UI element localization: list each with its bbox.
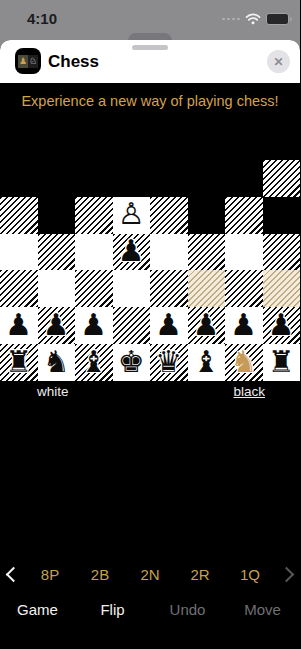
square-d4[interactable] [150,197,188,234]
square-a6[interactable] [263,270,301,307]
piece-bp-b7[interactable]: ♟ [230,310,257,342]
square-g7[interactable]: ♟ [38,307,76,344]
player-label-black[interactable]: black [233,384,265,399]
battery-icon [266,13,289,25]
square-f5[interactable] [75,234,113,271]
square-c2[interactable] [188,123,226,160]
square-a7[interactable]: ♟ [263,307,301,344]
tab-game[interactable]: Game [17,601,58,618]
square-d6[interactable] [150,270,188,307]
piece-bp-e5[interactable]: ♟ [118,236,145,268]
square-f3[interactable] [75,160,113,197]
close-button[interactable]: ✕ [267,50,290,73]
piece-wp-e4[interactable]: ♙ [118,199,145,231]
square-c4[interactable] [188,197,226,234]
piece-bp-c7[interactable]: ♟ [193,310,220,342]
square-a8[interactable]: ♜ [263,344,301,381]
square-d5[interactable] [150,234,188,271]
square-h2[interactable] [0,123,38,160]
square-f2[interactable] [75,123,113,160]
square-b5[interactable] [225,234,263,271]
chess-app-icon: ♟ ♘ [15,48,41,74]
square-e8[interactable]: ♚ [113,344,151,381]
square-h4[interactable] [0,197,38,234]
piece-bp-d7[interactable]: ♟ [155,310,182,342]
piece-bq-d8[interactable]: ♛ [155,347,182,379]
piece-bp-a7[interactable]: ♟ [268,310,295,342]
tray-button-knights[interactable]: 2N [140,566,159,583]
status-icons [222,13,289,25]
tab-flip[interactable]: Flip [100,601,124,618]
square-h6[interactable] [0,270,38,307]
square-a3[interactable] [263,160,301,197]
status-time: 4:10 [27,10,57,27]
square-g5[interactable] [38,234,76,271]
square-e6[interactable] [113,270,151,307]
square-h5[interactable] [0,234,38,271]
square-b2[interactable] [225,123,263,160]
piece-br-h8[interactable]: ♜ [5,347,32,379]
piece-bk-e8[interactable]: ♚ [118,347,145,379]
square-e4[interactable]: ♙ [113,197,151,234]
square-g2[interactable] [38,123,76,160]
app-icon-knight-glyph: ♘ [28,55,38,68]
piece-bp-f7[interactable]: ♟ [80,310,107,342]
square-f6[interactable] [75,270,113,307]
app-icon-pawn-glyph: ♟ [18,55,28,68]
square-a4[interactable] [263,197,301,234]
piece-tray: 8P 2B 2N 2R 1Q [0,561,300,587]
sheet-grabber[interactable] [132,45,168,50]
square-e3[interactable] [113,160,151,197]
tray-button-pawns[interactable]: 8P [41,566,59,583]
square-h8[interactable]: ♜ [0,344,38,381]
cellular-signal-icon [222,18,240,21]
piece-bb-c8[interactable]: ♝ [193,347,220,379]
square-a5[interactable] [263,234,301,271]
square-b3[interactable] [225,160,263,197]
app-title: Chess [48,40,99,83]
square-c8[interactable]: ♝ [188,344,226,381]
square-e2[interactable] [113,123,151,160]
square-f7[interactable]: ♟ [75,307,113,344]
square-c3[interactable] [188,160,226,197]
square-c6[interactable] [188,270,226,307]
wifi-icon [245,13,261,25]
square-c7[interactable]: ♟ [188,307,226,344]
square-d2[interactable] [150,123,188,160]
bottom-tab-bar: Game Flip Undo Move [0,598,300,620]
square-b6[interactable] [225,270,263,307]
square-a2[interactable] [263,123,301,160]
square-g3[interactable] [38,160,76,197]
tagline-text: Experience a new way of playing chess! [0,93,300,109]
square-d3[interactable] [150,160,188,197]
tray-button-queen[interactable]: 1Q [240,566,260,583]
tab-undo[interactable]: Undo [170,601,206,618]
piece-gn-b8[interactable]: ♞ [230,347,257,379]
piece-bn-g8[interactable]: ♞ [43,347,70,379]
tray-button-rooks[interactable]: 2R [190,566,209,583]
piece-bp-g7[interactable]: ♟ [43,310,70,342]
square-b8[interactable]: ♞ [225,344,263,381]
tab-move[interactable]: Move [244,601,281,618]
square-g4[interactable] [38,197,76,234]
square-e7[interactable] [113,307,151,344]
phone-screen: 4:10 ♟ ♘ Chess ✕ Experience a new way of… [0,0,300,649]
square-e5[interactable]: ♟ [113,234,151,271]
player-label-white[interactable]: white [37,384,69,399]
square-c5[interactable] [188,234,226,271]
chess-board: ♙♟♟♟♟♟♟♟♟♜♞♝♚♛♝♞♜ [0,86,300,381]
square-g8[interactable]: ♞ [38,344,76,381]
square-f4[interactable] [75,197,113,234]
tray-button-bishops[interactable]: 2B [91,566,109,583]
piece-bb-f8[interactable]: ♝ [80,347,107,379]
square-b4[interactable] [225,197,263,234]
sheet-header: ♟ ♘ Chess ✕ [0,40,300,83]
square-h7[interactable]: ♟ [0,307,38,344]
square-h3[interactable] [0,160,38,197]
piece-bp-h7[interactable]: ♟ [5,310,32,342]
square-d8[interactable]: ♛ [150,344,188,381]
square-f8[interactable]: ♝ [75,344,113,381]
chevron-right-icon[interactable] [279,566,295,582]
chevron-left-icon[interactable] [6,566,22,582]
piece-br-a8[interactable]: ♜ [268,347,295,379]
square-b7[interactable]: ♟ [225,307,263,344]
square-d7[interactable]: ♟ [150,307,188,344]
chess-app-sheet: ♟ ♘ Chess ✕ Experience a new way of play… [0,40,300,649]
square-g6[interactable] [38,270,76,307]
